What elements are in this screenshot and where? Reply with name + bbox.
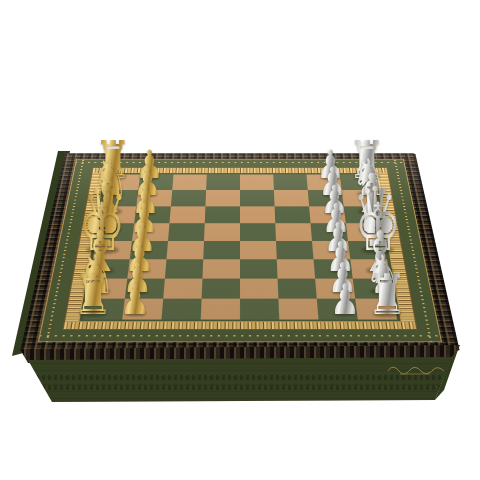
square[interactable] [240, 190, 275, 206]
square[interactable] [83, 299, 125, 320]
square[interactable] [274, 190, 309, 206]
square[interactable] [353, 279, 394, 299]
square[interactable] [104, 175, 140, 191]
chessboard-grid [83, 175, 397, 320]
square[interactable] [130, 241, 168, 259]
square[interactable] [166, 241, 204, 259]
square[interactable] [205, 206, 240, 223]
square[interactable] [346, 223, 384, 241]
square[interactable] [93, 241, 132, 259]
square[interactable] [240, 223, 276, 241]
square[interactable] [132, 223, 169, 241]
square[interactable] [136, 190, 172, 206]
square[interactable] [125, 279, 165, 299]
square[interactable] [278, 299, 318, 320]
maker-stamp-icon [386, 363, 446, 377]
square[interactable] [355, 299, 397, 320]
carved-rope-border [20, 153, 459, 351]
square[interactable] [205, 190, 240, 206]
square[interactable] [86, 279, 127, 299]
square[interactable] [340, 175, 376, 191]
square[interactable] [122, 299, 163, 320]
square[interactable] [138, 175, 173, 191]
square[interactable] [202, 279, 240, 299]
square[interactable] [134, 206, 171, 223]
square[interactable] [309, 206, 346, 223]
square[interactable] [203, 241, 240, 259]
square[interactable] [277, 259, 315, 278]
square[interactable] [350, 259, 390, 278]
square[interactable] [206, 175, 240, 191]
square[interactable] [273, 175, 308, 191]
square[interactable] [99, 206, 136, 223]
square[interactable] [276, 241, 314, 259]
square[interactable] [165, 259, 203, 278]
square[interactable] [314, 259, 353, 278]
square[interactable] [278, 279, 317, 299]
square[interactable] [201, 299, 240, 320]
square[interactable] [169, 206, 205, 223]
square[interactable] [342, 190, 379, 206]
square[interactable] [240, 259, 278, 278]
square[interactable] [306, 175, 341, 191]
square[interactable] [240, 299, 279, 320]
chess-set-scene: ♜♞♝♛♚♝♞♜♟♟♟♟♟♟♟♟♟♟♟♟♟♟♟♟♜♞♝♛♚♝♞♜ [0, 0, 480, 480]
green-pinstripe-band [38, 159, 442, 342]
square[interactable] [240, 241, 277, 259]
square[interactable] [168, 223, 205, 241]
square[interactable] [317, 299, 358, 320]
square[interactable] [161, 299, 201, 320]
square[interactable] [102, 190, 139, 206]
square[interactable] [96, 223, 134, 241]
square[interactable] [202, 259, 240, 278]
square[interactable] [344, 206, 381, 223]
square[interactable] [163, 279, 202, 299]
board [20, 153, 459, 351]
square[interactable] [315, 279, 355, 299]
square[interactable] [348, 241, 387, 259]
square[interactable] [204, 223, 240, 241]
square[interactable] [275, 206, 311, 223]
square[interactable] [311, 223, 348, 241]
square[interactable] [240, 279, 278, 299]
square[interactable] [90, 259, 130, 278]
square[interactable] [240, 206, 275, 223]
gold-lace-band [63, 167, 418, 329]
square[interactable] [240, 175, 274, 191]
square[interactable] [275, 223, 312, 241]
square[interactable] [312, 241, 350, 259]
inner-green-line [78, 173, 402, 322]
square[interactable] [127, 259, 166, 278]
square[interactable] [171, 190, 206, 206]
square[interactable] [308, 190, 344, 206]
square[interactable] [172, 175, 207, 191]
